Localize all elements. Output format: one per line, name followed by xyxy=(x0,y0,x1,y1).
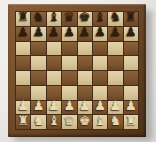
white-bishop[interactable]: ♝ xyxy=(94,114,106,127)
square-f1[interactable]: ♝ xyxy=(93,115,107,129)
white-pawn[interactable]: ♟ xyxy=(125,99,137,112)
square-a4[interactable] xyxy=(16,71,30,85)
black-pawn[interactable]: ♟ xyxy=(94,25,106,38)
square-g4[interactable] xyxy=(108,71,122,85)
square-d7[interactable]: ♟ xyxy=(62,27,76,41)
black-pawn[interactable]: ♟ xyxy=(33,25,45,38)
black-rook[interactable]: ♜ xyxy=(17,10,29,23)
square-g5[interactable] xyxy=(108,56,122,70)
square-h7[interactable]: ♟ xyxy=(124,27,138,41)
white-knight[interactable]: ♞ xyxy=(110,114,122,127)
white-pawn[interactable]: ♟ xyxy=(33,99,45,112)
black-pawn[interactable]: ♟ xyxy=(79,25,91,38)
photo-background: ♜♞♝♛♚♝♞♜♟♟♟♟♟♟♟♟♟♟♟♟♟♟♟♟♜♞♝♛♚♝♞♜ xyxy=(0,0,156,142)
white-bishop[interactable]: ♝ xyxy=(48,114,60,127)
black-bishop[interactable]: ♝ xyxy=(94,10,106,23)
square-d6[interactable] xyxy=(62,42,76,56)
square-h5[interactable] xyxy=(124,56,138,70)
square-g1[interactable]: ♞ xyxy=(108,115,122,129)
chess-board[interactable]: ♜♞♝♛♚♝♞♜♟♟♟♟♟♟♟♟♟♟♟♟♟♟♟♟♜♞♝♛♚♝♞♜ xyxy=(8,4,146,137)
black-queen[interactable]: ♛ xyxy=(63,10,75,23)
square-c1[interactable]: ♝ xyxy=(47,115,61,129)
square-e5[interactable] xyxy=(78,56,92,70)
black-pawn[interactable]: ♟ xyxy=(63,25,75,38)
square-a7[interactable]: ♟ xyxy=(16,27,30,41)
square-c6[interactable] xyxy=(47,42,61,56)
square-f4[interactable] xyxy=(93,71,107,85)
white-pawn[interactable]: ♟ xyxy=(63,99,75,112)
square-b4[interactable] xyxy=(31,71,45,85)
square-b1[interactable]: ♞ xyxy=(31,115,45,129)
square-a1[interactable]: ♜ xyxy=(16,115,30,129)
square-d5[interactable] xyxy=(62,56,76,70)
white-rook[interactable]: ♜ xyxy=(17,114,29,127)
square-a6[interactable] xyxy=(16,42,30,56)
white-rook[interactable]: ♜ xyxy=(125,114,137,127)
square-c5[interactable] xyxy=(47,56,61,70)
black-pawn[interactable]: ♟ xyxy=(17,25,29,38)
white-king[interactable]: ♚ xyxy=(79,114,91,127)
square-d1[interactable]: ♛ xyxy=(62,115,76,129)
square-d4[interactable] xyxy=(62,71,76,85)
square-e7[interactable]: ♟ xyxy=(78,27,92,41)
white-pawn[interactable]: ♟ xyxy=(110,99,122,112)
black-bishop[interactable]: ♝ xyxy=(48,10,60,23)
square-b5[interactable] xyxy=(31,56,45,70)
black-pawn[interactable]: ♟ xyxy=(48,25,60,38)
white-pawn[interactable]: ♟ xyxy=(94,99,106,112)
square-c4[interactable] xyxy=(47,71,61,85)
white-queen[interactable]: ♛ xyxy=(63,114,75,127)
square-g7[interactable]: ♟ xyxy=(108,27,122,41)
square-h6[interactable] xyxy=(124,42,138,56)
black-pawn[interactable]: ♟ xyxy=(125,25,137,38)
black-pawn[interactable]: ♟ xyxy=(110,25,122,38)
square-f5[interactable] xyxy=(93,56,107,70)
board-grid[interactable]: ♜♞♝♛♚♝♞♜♟♟♟♟♟♟♟♟♟♟♟♟♟♟♟♟♜♞♝♛♚♝♞♜ xyxy=(15,11,139,130)
square-g6[interactable] xyxy=(108,42,122,56)
white-knight[interactable]: ♞ xyxy=(33,114,45,127)
white-pawn[interactable]: ♟ xyxy=(79,99,91,112)
white-pawn[interactable]: ♟ xyxy=(17,99,29,112)
square-h4[interactable] xyxy=(124,71,138,85)
square-b6[interactable] xyxy=(31,42,45,56)
square-e4[interactable] xyxy=(78,71,92,85)
square-e1[interactable]: ♚ xyxy=(78,115,92,129)
square-e6[interactable] xyxy=(78,42,92,56)
square-h1[interactable]: ♜ xyxy=(124,115,138,129)
black-rook[interactable]: ♜ xyxy=(125,10,137,23)
square-c7[interactable]: ♟ xyxy=(47,27,61,41)
square-f6[interactable] xyxy=(93,42,107,56)
black-knight[interactable]: ♞ xyxy=(110,10,122,23)
square-a5[interactable] xyxy=(16,56,30,70)
black-king[interactable]: ♚ xyxy=(79,10,91,23)
white-pawn[interactable]: ♟ xyxy=(48,99,60,112)
black-knight[interactable]: ♞ xyxy=(33,10,45,23)
square-b7[interactable]: ♟ xyxy=(31,27,45,41)
square-f7[interactable]: ♟ xyxy=(93,27,107,41)
